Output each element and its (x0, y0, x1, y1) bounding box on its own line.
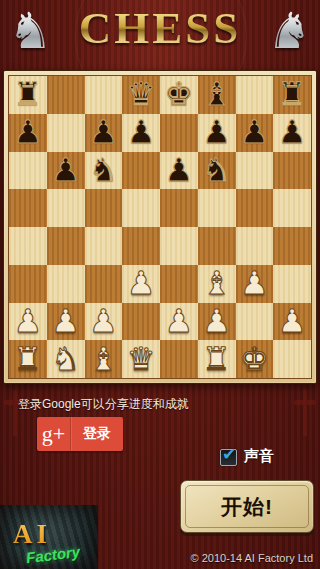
square-h1[interactable] (273, 340, 311, 378)
square-f5[interactable] (198, 189, 236, 227)
sound-checkbox[interactable]: ✔ (220, 449, 237, 466)
square-d8[interactable]: ♛ (122, 76, 160, 114)
ornament-right (294, 390, 316, 436)
square-b3[interactable] (47, 265, 85, 303)
google-login-prompt: 登录Google可以分享进度和成就 (18, 396, 189, 413)
copyright-text: © 2010-14 AI Factory Ltd (191, 552, 313, 564)
black-rook-piece[interactable]: ♜ (14, 76, 43, 113)
google-plus-icon: g+ (37, 417, 71, 451)
square-a2[interactable]: ♟ (9, 303, 47, 341)
black-pawn-piece[interactable]: ♟ (51, 152, 80, 189)
square-a8[interactable]: ♜ (9, 76, 47, 114)
white-bishop-piece[interactable]: ♝ (89, 341, 118, 378)
black-bishop-piece[interactable]: ♝ (202, 76, 231, 113)
black-pawn-piece[interactable]: ♟ (14, 114, 43, 151)
square-a4[interactable] (9, 227, 47, 265)
start-button[interactable]: 开始! (180, 480, 314, 533)
square-g4[interactable] (236, 227, 274, 265)
signin-button-label: 登录 (71, 417, 123, 451)
black-knight-piece[interactable]: ♞ (89, 152, 118, 189)
square-f2[interactable]: ♟ (198, 303, 236, 341)
square-f8[interactable]: ♝ (198, 76, 236, 114)
square-e2[interactable]: ♟ (160, 303, 198, 341)
start-button-label: 开始! (221, 493, 273, 521)
square-e4[interactable] (160, 227, 198, 265)
square-a6[interactable] (9, 152, 47, 190)
square-a1[interactable]: ♜ (9, 340, 47, 378)
square-h6[interactable] (273, 152, 311, 190)
square-c4[interactable] (85, 227, 123, 265)
white-pawn-piece[interactable]: ♟ (278, 303, 307, 340)
knight-icon: ♞ (267, 3, 312, 59)
square-h4[interactable] (273, 227, 311, 265)
square-c1[interactable]: ♝ (85, 340, 123, 378)
square-c3[interactable] (85, 265, 123, 303)
white-pawn-piece[interactable]: ♟ (14, 303, 43, 340)
square-d1[interactable]: ♛ (122, 340, 160, 378)
square-h8[interactable]: ♜ (273, 76, 311, 114)
black-pawn-piece[interactable]: ♟ (89, 114, 118, 151)
white-queen-piece[interactable]: ♛ (127, 341, 156, 378)
square-e7[interactable] (160, 114, 198, 152)
square-e3[interactable] (160, 265, 198, 303)
square-b4[interactable] (47, 227, 85, 265)
square-d3[interactable]: ♟ (122, 265, 160, 303)
square-c5[interactable] (85, 189, 123, 227)
white-pawn-piece[interactable]: ♟ (89, 303, 118, 340)
white-rook-piece[interactable]: ♜ (202, 341, 231, 378)
square-f1[interactable]: ♜ (198, 340, 236, 378)
black-knight-piece[interactable]: ♞ (202, 152, 231, 189)
square-g5[interactable] (236, 189, 274, 227)
board-frame: ♜♛♚♝♜♟♟♟♟♟♟♟♞♟♞♟♝♟♟♟♟♟♟♟♜♞♝♛♜♚ (3, 70, 317, 384)
square-c7[interactable]: ♟ (85, 114, 123, 152)
square-e5[interactable] (160, 189, 198, 227)
white-bishop-piece[interactable]: ♝ (202, 265, 231, 302)
square-h3[interactable] (273, 265, 311, 303)
white-pawn-piece[interactable]: ♟ (165, 303, 194, 340)
black-pawn-piece[interactable]: ♟ (240, 114, 269, 151)
black-pawn-piece[interactable]: ♟ (202, 114, 231, 151)
black-king-piece[interactable]: ♚ (165, 76, 194, 113)
square-f7[interactable]: ♟ (198, 114, 236, 152)
white-knight-piece[interactable]: ♞ (51, 341, 80, 378)
black-queen-piece[interactable]: ♛ (127, 76, 156, 113)
square-e8[interactable]: ♚ (160, 76, 198, 114)
square-g7[interactable]: ♟ (236, 114, 274, 152)
square-h2[interactable]: ♟ (273, 303, 311, 341)
square-a5[interactable] (9, 189, 47, 227)
square-b6[interactable]: ♟ (47, 152, 85, 190)
square-g6[interactable] (236, 152, 274, 190)
square-f4[interactable] (198, 227, 236, 265)
white-rook-piece[interactable]: ♜ (14, 341, 43, 378)
square-b7[interactable] (47, 114, 85, 152)
square-a7[interactable]: ♟ (9, 114, 47, 152)
square-g8[interactable] (236, 76, 274, 114)
ai-factory-logo: AI Factory (0, 505, 98, 569)
square-h7[interactable]: ♟ (273, 114, 311, 152)
title-bar: ♞ CHESS ♞ (0, 0, 320, 68)
white-king-piece[interactable]: ♚ (240, 341, 269, 378)
square-b5[interactable] (47, 189, 85, 227)
square-g3[interactable]: ♟ (236, 265, 274, 303)
white-pawn-piece[interactable]: ♟ (240, 265, 269, 302)
sound-toggle[interactable]: ✔ 声音 (220, 447, 274, 466)
square-c6[interactable]: ♞ (85, 152, 123, 190)
white-pawn-piece[interactable]: ♟ (202, 303, 231, 340)
square-d4[interactable] (122, 227, 160, 265)
square-g1[interactable]: ♚ (236, 340, 274, 378)
checkmark-icon: ✔ (222, 444, 236, 465)
square-e6[interactable]: ♟ (160, 152, 198, 190)
white-pawn-piece[interactable]: ♟ (51, 303, 80, 340)
app-screen: ♞ CHESS ♞ ♜♛♚♝♜♟♟♟♟♟♟♟♞♟♞♟♝♟♟♟♟♟♟♟♜♞♝♛♜♚… (0, 0, 320, 569)
square-b2[interactable]: ♟ (47, 303, 85, 341)
white-pawn-piece[interactable]: ♟ (127, 265, 156, 302)
square-c2[interactable]: ♟ (85, 303, 123, 341)
square-f3[interactable]: ♝ (198, 265, 236, 303)
square-b1[interactable]: ♞ (47, 340, 85, 378)
square-d6[interactable] (122, 152, 160, 190)
square-e1[interactable] (160, 340, 198, 378)
logo-text-ai: AI (13, 519, 51, 550)
square-c8[interactable] (85, 76, 123, 114)
black-pawn-piece[interactable]: ♟ (127, 114, 156, 151)
square-b8[interactable] (47, 76, 85, 114)
square-d5[interactable] (122, 189, 160, 227)
black-pawn-piece[interactable]: ♟ (278, 114, 307, 151)
square-d7[interactable]: ♟ (122, 114, 160, 152)
square-f6[interactable]: ♞ (198, 152, 236, 190)
black-pawn-piece[interactable]: ♟ (165, 152, 194, 189)
black-rook-piece[interactable]: ♜ (278, 76, 307, 113)
square-h5[interactable] (273, 189, 311, 227)
square-d2[interactable] (122, 303, 160, 341)
chess-board[interactable]: ♜♛♚♝♜♟♟♟♟♟♟♟♞♟♞♟♝♟♟♟♟♟♟♟♜♞♝♛♜♚ (8, 75, 312, 379)
sound-label: 声音 (244, 447, 274, 466)
square-a3[interactable] (9, 265, 47, 303)
google-signin-button[interactable]: g+ 登录 (37, 417, 123, 451)
square-g2[interactable] (236, 303, 274, 341)
